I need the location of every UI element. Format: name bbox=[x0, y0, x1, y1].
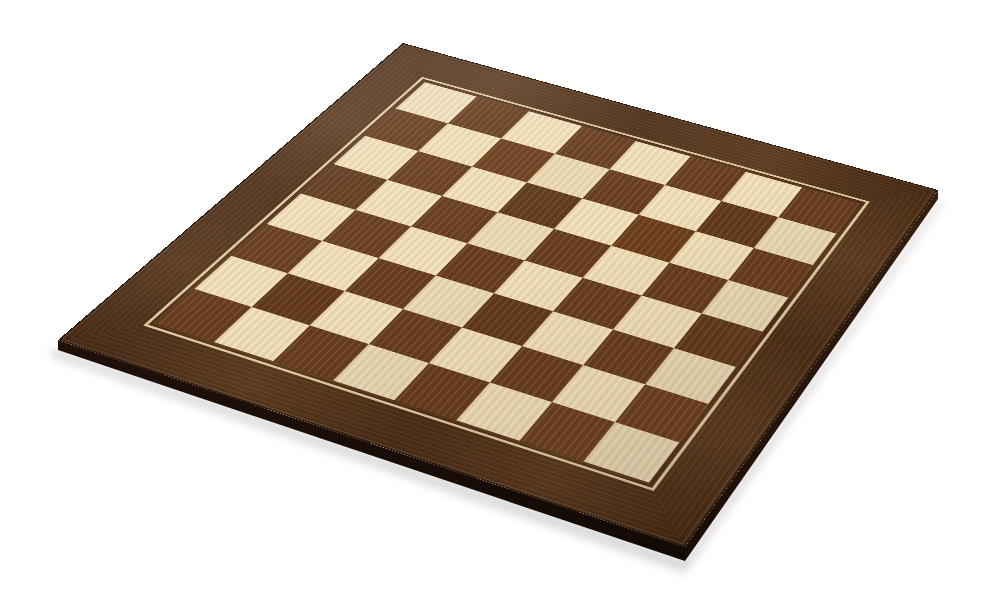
product-photo-canvas bbox=[0, 0, 1000, 600]
